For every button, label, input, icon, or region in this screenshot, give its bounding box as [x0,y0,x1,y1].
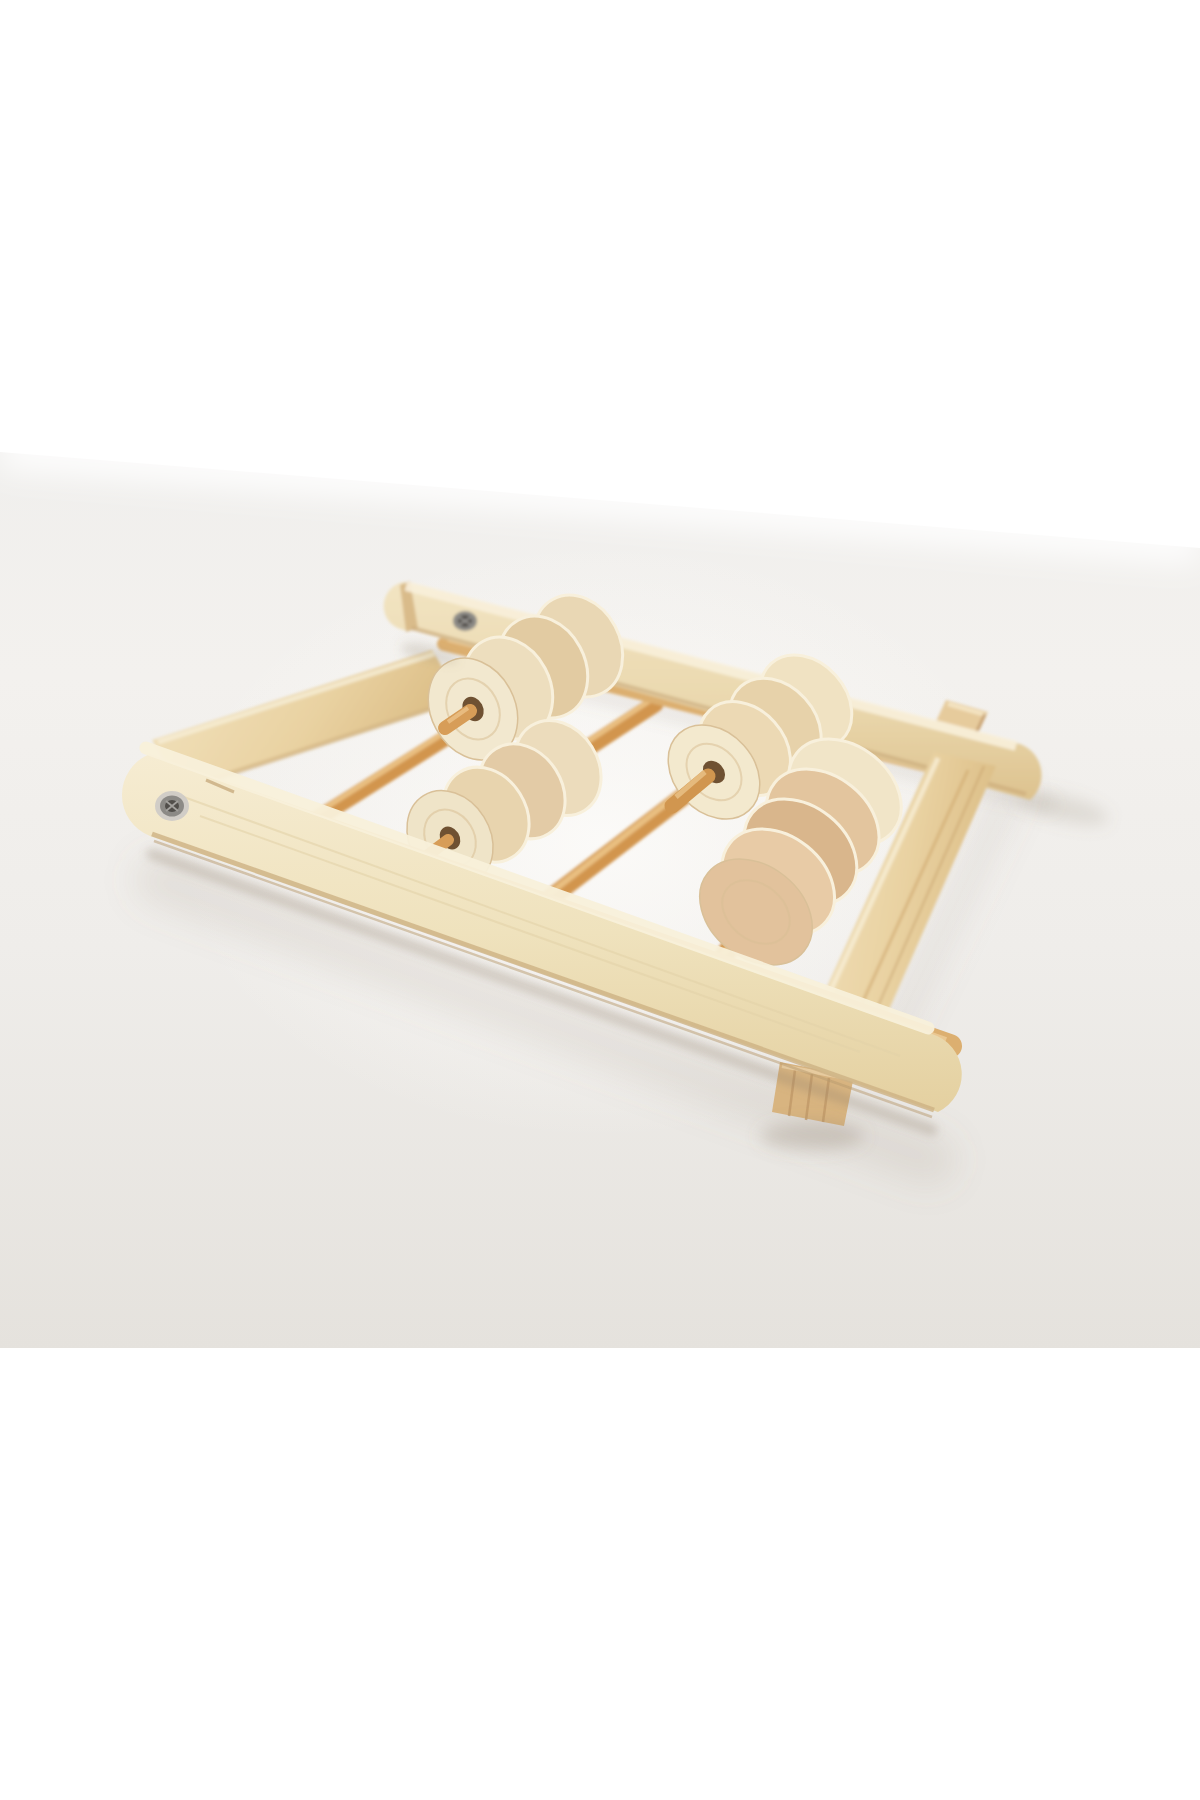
foot-shadow [760,1122,864,1150]
back-rail-screw [453,611,477,631]
front-rail-screw [155,791,189,821]
product-photo-wooden-abacus [0,0,1200,1800]
photo-bottom-edge [0,1348,1200,1800]
